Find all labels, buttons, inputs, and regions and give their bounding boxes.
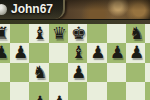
- square-r1c6[interactable]: ♟: [107, 43, 126, 62]
- square-r3c2[interactable]: ♟: [29, 82, 48, 100]
- square-r3c6[interactable]: [107, 82, 126, 100]
- black-pawn: ♟: [11, 43, 30, 62]
- black-bishop: ♝: [30, 24, 49, 43]
- black-rook: ♜: [146, 24, 150, 43]
- square-r0c2[interactable]: ♝: [29, 24, 48, 43]
- square-r0c0[interactable]: ♜: [0, 24, 10, 43]
- square-r0c4[interactable]: ♚: [68, 24, 87, 43]
- square-r0c5[interactable]: [87, 24, 106, 43]
- player-name: John67: [11, 2, 53, 16]
- black-king: ♚: [69, 24, 88, 43]
- pawn-avatar-icon: [0, 4, 7, 15]
- square-r1c8[interactable]: ♟: [145, 43, 150, 62]
- black-pawn: ♟: [108, 43, 127, 62]
- square-r3c4[interactable]: [68, 82, 87, 100]
- square-r1c0[interactable]: ♟: [0, 43, 10, 62]
- square-r0c1[interactable]: [10, 24, 29, 43]
- square-r0c6[interactable]: [107, 24, 126, 43]
- square-r3c0[interactable]: [0, 82, 10, 100]
- square-r3c8[interactable]: [145, 82, 150, 100]
- black-pawn: ♟: [69, 63, 88, 82]
- square-r1c4[interactable]: ♝: [68, 43, 87, 62]
- black-pawn: ♟: [50, 93, 69, 100]
- square-r2c2[interactable]: ♞: [29, 63, 48, 82]
- square-r2c1[interactable]: [10, 63, 29, 82]
- square-r1c5[interactable]: ♟: [87, 43, 106, 62]
- square-r2c0[interactable]: [0, 63, 10, 82]
- square-r0c7[interactable]: ♞: [126, 24, 145, 43]
- black-knight: ♞: [127, 24, 146, 43]
- square-r2c7[interactable]: [126, 63, 145, 82]
- square-r3c1[interactable]: [10, 82, 29, 100]
- square-r3c7[interactable]: [126, 82, 145, 100]
- square-r0c8[interactable]: ♜: [145, 24, 150, 43]
- black-pawn: ♟: [127, 43, 146, 62]
- square-r2c4[interactable]: ♟: [68, 63, 87, 82]
- square-r3c3[interactable]: ♟: [49, 82, 68, 100]
- square-r1c2[interactable]: [29, 43, 48, 62]
- square-r1c1[interactable]: ♟: [10, 43, 29, 62]
- top-bar: John67: [0, 0, 150, 20]
- square-r2c3[interactable]: [49, 63, 68, 82]
- black-pawn: ♟: [88, 43, 107, 62]
- black-queen: ♛: [50, 24, 69, 43]
- chess-board: ♜♝♛♚♞♜♟♟♝♟♟♟♟♞♟♟♟: [0, 24, 150, 100]
- square-r1c3[interactable]: [49, 43, 68, 62]
- black-pawn: ♟: [30, 93, 49, 100]
- player-name-plate: John67: [0, 0, 65, 19]
- chess-app-screen: John67 ♜♝♛♚♞♜♟♟♝♟♟♟♟♞♟♟♟: [0, 0, 150, 100]
- square-r3c5[interactable]: [87, 82, 106, 100]
- square-r0c3[interactable]: ♛: [49, 24, 68, 43]
- square-r2c8[interactable]: [145, 63, 150, 82]
- square-r2c5[interactable]: [87, 63, 106, 82]
- black-bishop: ♝: [69, 43, 88, 62]
- square-r1c7[interactable]: ♟: [126, 43, 145, 62]
- square-r2c6[interactable]: [107, 63, 126, 82]
- black-knight: ♞: [30, 63, 49, 82]
- black-pawn: ♟: [146, 43, 150, 62]
